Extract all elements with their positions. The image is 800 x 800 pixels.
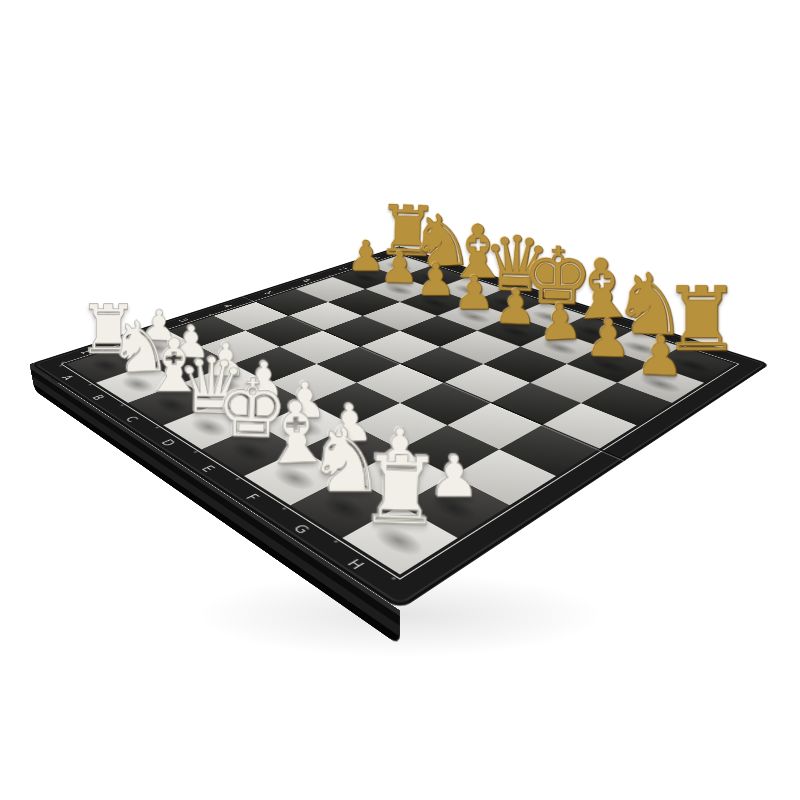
piece-shadow	[312, 490, 377, 527]
product-photo: ♜♞♝♛♚♝♞♜♟♟♟♟♟♟♟♟♟♟♟♟♟♟♟♟♜♞♝♛♚♝♞♜ ABCDEFG…	[0, 0, 800, 800]
piece-shadow	[364, 521, 434, 563]
piece-shadow	[368, 462, 431, 496]
piece-shadow	[320, 436, 379, 467]
piece-shadow	[421, 490, 488, 527]
piece-shadow	[200, 373, 250, 397]
piece-shadow	[264, 462, 325, 496]
piece-shadow	[633, 373, 689, 397]
photo-scene: ♜♞♝♛♚♝♞♜♟♟♟♟♟♟♟♟♟♟♟♟♟♟♟♟♜♞♝♛♚♝♞♜ ABCDEFG…	[0, 0, 800, 800]
piece-shadow	[182, 413, 236, 441]
